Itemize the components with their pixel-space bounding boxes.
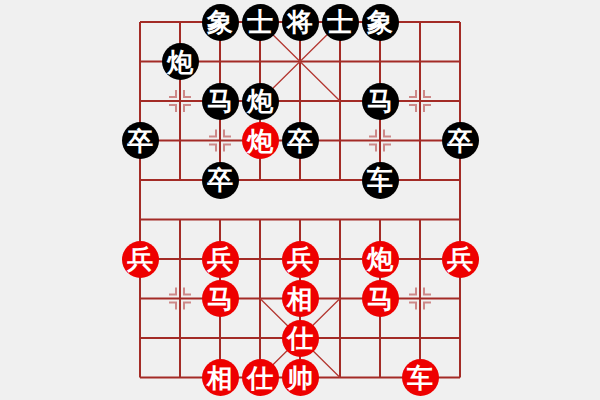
piece-red-horse[interactable]: 马 — [362, 280, 399, 317]
piece-red-elephant[interactable]: 相 — [282, 280, 319, 317]
piece-red-soldier[interactable]: 兵 — [122, 241, 159, 278]
piece-red-horse[interactable]: 马 — [202, 280, 239, 317]
piece-black-cannon[interactable]: 炮 — [162, 43, 199, 80]
piece-black-horse[interactable]: 马 — [362, 83, 399, 120]
piece-black-advisor[interactable]: 士 — [242, 4, 279, 41]
piece-black-horse[interactable]: 马 — [202, 83, 239, 120]
xiangqi-board: 象士将士象炮马炮马卒炮卒卒卒车兵兵兵炮兵马相马仕相仕帅车 — [0, 0, 600, 400]
piece-red-soldier[interactable]: 兵 — [442, 241, 479, 278]
piece-black-general[interactable]: 将 — [282, 4, 319, 41]
piece-black-chariot[interactable]: 车 — [362, 162, 399, 199]
piece-red-general[interactable]: 帅 — [282, 359, 319, 396]
piece-red-soldier[interactable]: 兵 — [282, 241, 319, 278]
piece-red-advisor[interactable]: 仕 — [282, 320, 319, 357]
piece-black-elephant[interactable]: 象 — [362, 4, 399, 41]
piece-black-soldier[interactable]: 卒 — [282, 122, 319, 159]
piece-grid: 象士将士象炮马炮马卒炮卒卒卒车兵兵兵炮兵马相马仕相仕帅车 — [120, 2, 480, 397]
piece-red-cannon[interactable]: 炮 — [362, 241, 399, 278]
piece-red-cannon[interactable]: 炮 — [242, 122, 279, 159]
piece-red-elephant[interactable]: 相 — [202, 359, 239, 396]
piece-black-soldier[interactable]: 卒 — [202, 162, 239, 199]
piece-black-soldier[interactable]: 卒 — [122, 122, 159, 159]
piece-red-soldier[interactable]: 兵 — [202, 241, 239, 278]
piece-black-soldier[interactable]: 卒 — [442, 122, 479, 159]
piece-red-chariot[interactable]: 车 — [402, 359, 439, 396]
piece-red-advisor[interactable]: 仕 — [242, 359, 279, 396]
piece-black-advisor[interactable]: 士 — [322, 4, 359, 41]
piece-black-cannon[interactable]: 炮 — [242, 83, 279, 120]
piece-black-elephant[interactable]: 象 — [202, 4, 239, 41]
